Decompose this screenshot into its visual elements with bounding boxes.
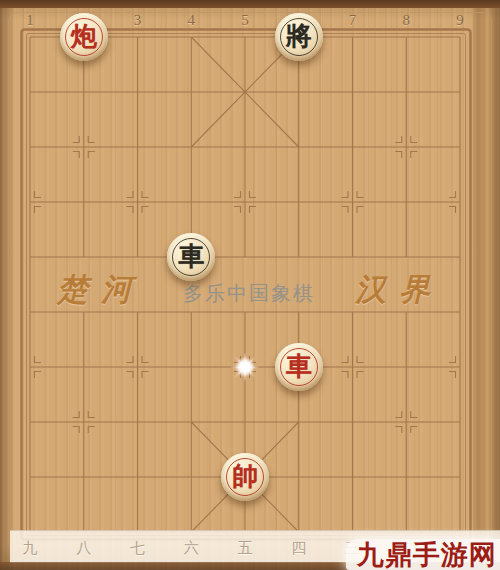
river-label-chu-he: 楚河 (57, 271, 145, 308)
piece-red-cannon[interactable]: 炮 (60, 13, 108, 61)
piece-black-chariot[interactable]: 車 (167, 233, 215, 281)
piece-glyph: 將 (286, 24, 312, 50)
piece-glyph: 車 (286, 354, 312, 380)
piece-glyph: 帥 (232, 464, 258, 490)
app-name-text: 多乐中国象棋 (183, 281, 315, 305)
piece-black-general[interactable]: 將 (275, 13, 323, 61)
piece-glyph: 車 (178, 244, 204, 270)
watermark-text: 九鼎手游网 (346, 539, 500, 570)
river-label-han-jie: 汉界 (355, 271, 443, 308)
piece-glyph: 炮 (71, 24, 97, 50)
xiangqi-board-screen: 楚河 多乐中国象棋 汉界 123456789 九八七六五四三二一 炮將車車帥 九… (0, 0, 500, 570)
piece-red-chariot[interactable]: 車 (275, 343, 323, 391)
piece-red-general[interactable]: 帥 (221, 453, 269, 501)
